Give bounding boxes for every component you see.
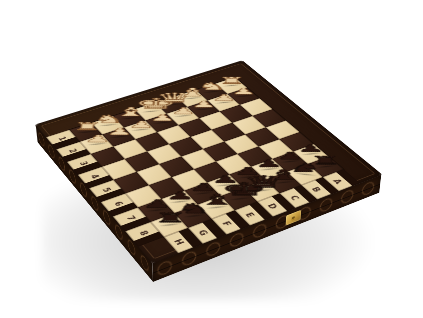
square-h7 [138,199,175,222]
piece-black-bishop-f8: ♝ [197,191,236,207]
board-top-face: 12345678 HGFEDCBA ♜♞♝♚♛♝♞♜♟♟♟♟♟♟♟♟♟♟♟♟♟♟… [36,61,382,264]
rank-label-text: 7 [124,215,137,222]
piece-black-pawn-e7: ♟ [206,174,244,186]
square-g7 [161,191,197,214]
square-g4 [125,152,159,172]
square-f7 [185,183,221,205]
square-b7 [272,152,307,172]
piece-shadow [165,200,194,205]
square-h4 [102,159,137,180]
square-f8 [198,197,235,220]
black-rook-glyph: ♜ [306,154,344,167]
piece-shadow [255,167,283,171]
square-f5 [159,157,194,178]
piece-shadow [225,197,254,202]
square-h8 [151,214,188,238]
file-label-text: H [172,238,186,246]
square-g5 [137,165,172,186]
file-label-text: F [220,221,233,228]
square-a8 [308,157,344,178]
black-pawn-glyph: ♟ [271,151,308,162]
black-rook-glyph: ♜ [150,211,190,226]
square-d6 [216,154,251,175]
square-e6 [194,162,229,183]
black-queen-glyph: ♛ [242,173,281,191]
square-e8 [221,188,258,210]
square-g6 [149,178,185,200]
square-d7 [229,167,265,188]
black-pawn-glyph: ♟ [160,190,199,203]
piece-black-king-e8: ♚ [220,180,259,200]
chess-board: 12345678 HGFEDCBA ♜♞♝♚♛♝♞♜♟♟♟♟♟♟♟♟♟♟♟♟♟♟… [36,61,382,264]
rank-label-text: 3 [78,161,90,167]
square-e7 [207,175,243,197]
file-label-text: A [331,178,344,185]
piece-shadow [276,160,303,164]
square-c8 [265,172,301,194]
brass-clasp-icon [286,210,302,226]
square-h3 [91,147,125,167]
piece-shadow [155,223,185,228]
piece-black-pawn-f7: ♟ [184,181,222,193]
rank-label-text: 8 [137,230,150,237]
file-label-text: E [243,212,256,219]
piece-shadow [297,152,324,156]
piece-black-pawn-b7: ♟ [271,151,308,162]
black-knight-glyph: ♞ [173,201,212,216]
black-pawn-glyph: ♟ [184,181,222,193]
piece-black-pawn-h7: ♟ [137,198,176,211]
square-c6 [238,147,273,167]
piece-shadow [269,181,297,185]
piece-shadow [188,191,216,195]
piece-black-rook-h8: ♜ [150,211,190,226]
piece-shadow [291,173,319,177]
black-pawn-glyph: ♟ [250,158,288,170]
black-king-glyph: ♚ [220,180,259,200]
square-h6 [126,186,162,208]
file-label-text: G [196,229,210,237]
black-pawn-glyph: ♟ [206,174,244,186]
piece-black-knight-b8: ♞ [285,161,323,175]
black-bishop-glyph: ♝ [197,191,236,207]
square-f6 [172,170,208,191]
rank-label-text: 1 [56,136,68,142]
black-pawn-glyph: ♟ [137,198,176,211]
black-knight-glyph: ♞ [285,161,323,175]
rank-label-text: 4 [89,174,101,180]
photo-stage: 12345678 HGFEDCBA ♜♞♝♚♛♝♞♜♟♟♟♟♟♟♟♟♟♟♟♟♟♟… [0,0,423,318]
square-g8 [175,205,212,228]
piece-black-queen-d8: ♛ [242,173,281,191]
scene: 12345678 HGFEDCBA ♜♞♝♚♛♝♞♜♟♟♟♟♟♟♟♟♟♟♟♟♟♟… [0,0,423,318]
piece-shadow [247,189,275,193]
piece-black-knight-g8: ♞ [173,201,212,216]
rank-label-text: 2 [67,148,79,154]
piece-black-pawn-d7: ♟ [228,166,266,178]
piece-black-bishop-c8: ♝ [263,167,302,183]
rank-label-text: 6 [112,201,125,208]
square-b8 [287,165,323,186]
piece-black-rook-a8: ♜ [306,154,344,167]
file-label-text: C [288,195,301,202]
square-e5 [181,149,216,169]
square-d8 [243,180,279,202]
black-pawn-glyph: ♟ [228,166,266,178]
piece-shadow [202,205,231,210]
piece-black-pawn-c7: ♟ [250,158,288,170]
black-bishop-glyph: ♝ [263,167,302,183]
piece-shadow [178,214,207,219]
piece-black-pawn-g7: ♟ [160,190,199,203]
piece-shadow [142,208,171,213]
square-h5 [114,172,149,194]
file-label-text: B [310,187,323,194]
square-c7 [251,159,287,180]
rank-label-text: 5 [100,187,112,194]
piece-shadow [211,183,239,187]
piece-shadow [233,175,261,179]
piece-shadow [312,165,339,169]
file-label-text: D [266,203,279,211]
